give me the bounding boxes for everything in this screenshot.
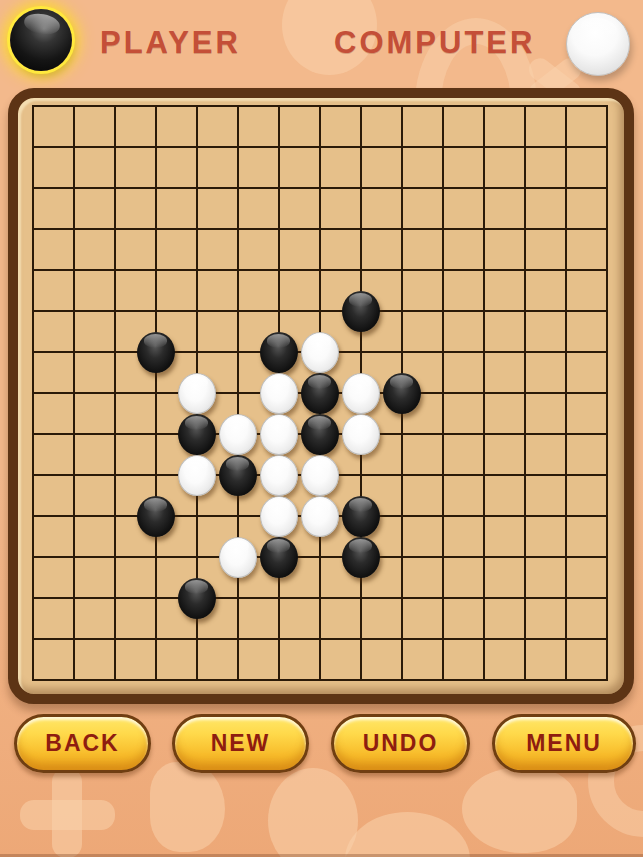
background-doodle bbox=[150, 762, 225, 852]
background-doodle bbox=[462, 768, 577, 853]
menu-button[interactable]: MENU bbox=[492, 714, 636, 773]
game-board[interactable] bbox=[8, 88, 634, 704]
computer-label: COMPUTER bbox=[334, 25, 535, 61]
back-button[interactable]: BACK bbox=[14, 714, 151, 773]
undo-button[interactable]: UNDO bbox=[331, 714, 470, 773]
game-screen: PLAYER COMPUTER BACK NEW UNDO MENU bbox=[0, 0, 643, 857]
player-label: PLAYER bbox=[100, 25, 241, 61]
background-doodle bbox=[268, 768, 358, 857]
computer-white-stone-icon bbox=[566, 12, 630, 76]
board-grid[interactable] bbox=[32, 105, 608, 681]
player-black-stone-icon bbox=[10, 9, 72, 71]
stone-gloss bbox=[579, 15, 618, 41]
stone-gloss bbox=[22, 11, 61, 37]
background-doodle bbox=[345, 812, 470, 857]
background-doodle bbox=[52, 768, 82, 857]
new-button[interactable]: NEW bbox=[172, 714, 309, 773]
